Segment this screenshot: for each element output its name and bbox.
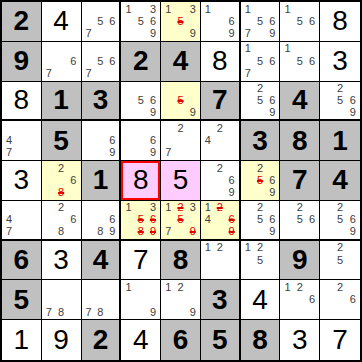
candidate-5: 5 [254, 214, 266, 226]
candidate-5: 5 [94, 15, 106, 27]
candidate-7: 7 [242, 28, 254, 40]
candidate-6: 6 [67, 214, 79, 226]
candidate-1: 1 [122, 3, 134, 15]
sudoku-board: 2456713569139516915679156896756724815671… [0, 0, 362, 362]
given-digit: 8 [173, 246, 189, 274]
cell-r4c4[interactable]: 69 [121, 121, 161, 161]
candidate-6: 6 [67, 174, 79, 186]
candidate-2: 2 [334, 83, 347, 95]
candidate-9: 9 [346, 226, 359, 238]
candidate-5: 5 [94, 55, 106, 67]
given-digit: 9 [292, 246, 308, 274]
cell-r1c7[interactable]: 15679 [241, 2, 281, 42]
cell-r8c6[interactable]: 3 [201, 280, 241, 320]
cell-r2c3[interactable]: 567 [82, 42, 122, 82]
cell-r8c2[interactable]: 78 [42, 280, 82, 320]
candidate-grid: 95 [162, 83, 199, 119]
candidate-6: 6 [67, 55, 79, 67]
eliminated-candidate-5: 5 [135, 214, 147, 226]
candidate-2: 2 [294, 202, 306, 214]
cell-r2c9[interactable]: 3 [320, 42, 360, 82]
cell-r2c4[interactable]: 2 [121, 42, 161, 82]
candidate-7: 7 [83, 28, 95, 40]
cell-r7c9[interactable]: 25 [320, 241, 360, 281]
candidate-6: 6 [306, 15, 318, 27]
cell-r6c1[interactable]: 47 [2, 201, 42, 241]
solved-digit: 8 [14, 86, 30, 114]
eliminated-candidate-9: 9 [147, 226, 159, 238]
candidate-grid: 47 [3, 202, 40, 238]
candidate-grid: 156 [281, 43, 318, 80]
cell-r5c5[interactable]: 5 [161, 161, 201, 201]
cell-r8c7[interactable]: 4 [241, 280, 281, 320]
cell-r5c7[interactable]: 2695 [241, 161, 281, 201]
given-digit: 2 [14, 7, 30, 35]
cell-r4c5[interactable]: 27 [161, 121, 201, 161]
cell-r8c4[interactable]: 19 [121, 280, 161, 320]
cell-r3c3[interactable]: 3 [82, 82, 122, 122]
eliminated-candidate-6: 6 [226, 214, 238, 226]
candidate-5: 5 [254, 254, 266, 266]
candidate-2: 2 [254, 242, 266, 254]
candidate-grid: 169 [202, 3, 238, 40]
candidate-grid: 569 [122, 83, 159, 119]
candidate-1: 1 [281, 281, 293, 293]
given-digit: 9 [14, 47, 30, 75]
cell-r2c7[interactable]: 1567 [241, 42, 281, 82]
candidate-grid: 2569 [242, 83, 279, 119]
cell-r3c7[interactable]: 2569 [241, 82, 281, 122]
candidate-grid: 268 [43, 202, 80, 238]
candidate-2: 2 [334, 202, 347, 214]
cell-r7c7[interactable]: 125 [241, 241, 281, 281]
eliminated-candidate-9: 9 [226, 226, 238, 238]
candidate-grid: 689 [83, 202, 119, 238]
cell-r3c1[interactable]: 8 [2, 82, 42, 122]
candidate-grid: 2569 [321, 83, 359, 119]
candidate-grid: 2569 [321, 202, 359, 238]
candidate-9: 9 [226, 187, 238, 199]
candidate-grid: 2569 [242, 202, 279, 238]
candidate-7: 7 [242, 67, 254, 79]
solved-digit: 4 [53, 7, 69, 35]
cell-r9c6[interactable]: 5 [201, 320, 241, 360]
candidate-1: 1 [242, 43, 254, 55]
candidate-grid: 567 [83, 43, 119, 80]
solved-digit: 3 [14, 166, 30, 194]
candidate-grid: 567 [83, 3, 119, 40]
candidate-grid: 2695 [242, 162, 279, 199]
solved-digit: 4 [133, 326, 149, 354]
given-digit: 3 [93, 86, 109, 114]
cell-r7c2[interactable]: 3 [42, 241, 82, 281]
candidate-grid: 69 [83, 122, 119, 159]
candidate-grid: 12 [202, 242, 238, 279]
candidate-1: 1 [202, 242, 214, 254]
cell-r7c8[interactable]: 9 [280, 241, 320, 281]
candidate-6: 6 [346, 294, 359, 306]
candidate-7: 7 [162, 147, 174, 159]
candidate-5: 5 [294, 15, 306, 27]
candidate-5: 5 [254, 94, 266, 106]
candidate-8: 8 [55, 306, 67, 318]
candidate-grid: 13569 [122, 3, 159, 40]
cell-r8c8[interactable]: 126 [280, 280, 320, 320]
candidate-9: 9 [266, 187, 278, 199]
candidate-9: 9 [266, 28, 278, 40]
cell-r3c6[interactable]: 7 [201, 82, 241, 122]
candidate-9: 9 [106, 147, 118, 159]
cell-r5c3[interactable]: 1 [82, 161, 122, 201]
candidate-9: 9 [226, 28, 238, 40]
given-digit: 4 [332, 166, 348, 194]
given-digit: 2 [133, 47, 149, 75]
candidate-1: 1 [162, 202, 174, 214]
solved-digit: 9 [53, 326, 69, 354]
cell-r5c9[interactable]: 4 [320, 161, 360, 201]
cell-r9c7[interactable]: 8 [241, 320, 281, 360]
candidate-4: 4 [202, 214, 214, 226]
cell-r4c1[interactable]: 47 [2, 121, 42, 161]
cell-r2c1[interactable]: 9 [2, 42, 42, 82]
given-digit: 4 [93, 246, 109, 274]
cell-r4c8[interactable]: 8 [280, 121, 320, 161]
cell-r5c1[interactable]: 3 [2, 161, 42, 201]
cell-r9c5[interactable]: 6 [161, 320, 201, 360]
eliminated-candidate-5: 5 [254, 174, 266, 186]
candidate-2: 2 [294, 281, 306, 293]
cell-r7c6[interactable]: 12 [201, 241, 241, 281]
cell-r3c5[interactable]: 95 [161, 82, 201, 122]
given-digit: 6 [173, 326, 189, 354]
candidate-1: 1 [202, 3, 214, 15]
candidate-7: 7 [83, 306, 95, 318]
solved-digit: 7 [133, 246, 149, 274]
candidate-grid: 24 [202, 122, 238, 159]
candidate-2: 2 [254, 202, 266, 214]
candidate-2: 2 [254, 83, 266, 95]
cell-r6c9[interactable]: 2569 [320, 201, 360, 241]
candidate-grid: 69 [122, 122, 159, 159]
candidate-9: 9 [346, 106, 359, 118]
candidate-6: 6 [306, 294, 318, 306]
cell-r8c1[interactable]: 5 [2, 280, 42, 320]
candidate-2: 2 [214, 122, 226, 134]
eliminated-candidate-5: 5 [174, 214, 186, 226]
candidate-grid: 135689 [122, 202, 159, 238]
cell-r1c3[interactable]: 567 [82, 2, 122, 42]
solved-digit: 8 [332, 7, 348, 35]
candidate-grid: 67 [43, 43, 80, 80]
candidate-5: 5 [294, 55, 306, 67]
candidate-grid: 256 [281, 202, 318, 238]
candidate-6: 6 [147, 94, 159, 106]
candidate-9: 9 [187, 106, 199, 118]
cell-r1c1[interactable]: 2 [2, 2, 42, 42]
cell-r4c3[interactable]: 69 [82, 121, 122, 161]
candidate-grid: 137259 [162, 202, 199, 238]
candidate-9: 9 [147, 306, 159, 318]
eliminated-candidate-5: 5 [174, 15, 186, 27]
candidate-1: 1 [122, 202, 134, 214]
candidate-grid: 1567 [242, 43, 279, 80]
cell-r7c4[interactable]: 7 [121, 241, 161, 281]
candidate-1: 1 [242, 242, 254, 254]
cell-r1c4[interactable]: 13569 [121, 2, 161, 42]
candidate-9: 9 [187, 28, 199, 40]
candidate-grid: 78 [83, 281, 119, 318]
candidate-1: 1 [242, 3, 254, 15]
candidate-5: 5 [334, 254, 347, 266]
candidate-3: 3 [147, 202, 159, 214]
candidate-9: 9 [266, 226, 278, 238]
candidate-8: 8 [94, 306, 106, 318]
cell-r2c8[interactable]: 156 [280, 42, 320, 82]
candidate-2: 2 [254, 162, 266, 174]
candidate-grid: 269 [202, 162, 238, 199]
candidate-5: 5 [334, 94, 347, 106]
cell-r2c6[interactable]: 8 [201, 42, 241, 82]
cell-r6c8[interactable]: 256 [280, 201, 320, 241]
candidate-1: 1 [202, 202, 214, 214]
candidate-6: 6 [346, 94, 359, 106]
eliminated-candidate-2: 2 [214, 202, 226, 214]
cell-r6c7[interactable]: 2569 [241, 201, 281, 241]
cell-r4c7[interactable]: 3 [241, 121, 281, 161]
given-digit: 5 [14, 286, 30, 314]
given-digit: 5 [53, 127, 69, 155]
solved-digit: 8 [133, 166, 149, 194]
candidate-grid: 27 [162, 122, 199, 159]
cell-r4c9[interactable]: 1 [320, 121, 360, 161]
cell-r1c9[interactable]: 8 [320, 2, 360, 42]
cell-r9c1[interactable]: 1 [2, 320, 42, 360]
candidate-6: 6 [346, 214, 359, 226]
cell-r8c5[interactable]: 129 [161, 280, 201, 320]
candidate-9: 9 [147, 147, 159, 159]
given-digit: 3 [252, 127, 268, 155]
cell-r5c4[interactable]: 8 [121, 161, 161, 201]
candidate-grid: 156 [281, 3, 318, 40]
cell-r7c3[interactable]: 4 [82, 241, 122, 281]
cell-r8c9[interactable]: 26 [320, 280, 360, 320]
candidate-4: 4 [3, 214, 15, 226]
candidate-3: 3 [147, 3, 159, 15]
cell-r9c9[interactable]: 7 [320, 320, 360, 360]
candidate-9: 9 [187, 306, 199, 318]
cell-r3c8[interactable]: 4 [280, 82, 320, 122]
candidate-grid: 25 [321, 242, 359, 279]
candidate-9: 9 [106, 226, 118, 238]
cell-r6c5[interactable]: 137259 [161, 201, 201, 241]
candidate-5: 5 [135, 94, 147, 106]
candidate-grid: 14269 [202, 202, 238, 238]
cell-r7c5[interactable]: 8 [161, 241, 201, 281]
cell-r6c2[interactable]: 268 [42, 201, 82, 241]
cell-r7c1[interactable]: 6 [2, 241, 42, 281]
candidate-2: 2 [334, 242, 347, 254]
candidate-2: 2 [55, 202, 67, 214]
solved-digit: 3 [332, 47, 348, 75]
candidate-grid: 15679 [242, 3, 279, 40]
cell-r5c8[interactable]: 7 [280, 161, 320, 201]
candidate-3: 3 [187, 202, 199, 214]
candidate-1: 1 [281, 3, 293, 15]
candidate-6: 6 [266, 174, 278, 186]
cell-r5c2[interactable]: 268 [42, 161, 82, 201]
candidate-grid: 268 [43, 162, 80, 199]
candidate-7: 7 [83, 67, 95, 79]
candidate-9: 9 [266, 106, 278, 118]
candidate-9: 9 [147, 106, 159, 118]
cell-r3c9[interactable]: 2569 [320, 82, 360, 122]
given-digit: 1 [93, 166, 109, 194]
candidate-8: 8 [55, 226, 67, 238]
solved-digit: 8 [212, 47, 228, 75]
cell-r3c4[interactable]: 569 [121, 82, 161, 122]
candidate-grid: 1395 [162, 3, 199, 40]
candidate-2: 2 [174, 122, 186, 134]
candidate-8: 8 [94, 226, 106, 238]
candidate-4: 4 [3, 135, 15, 147]
given-digit: 7 [292, 166, 308, 194]
cell-r1c8[interactable]: 156 [280, 2, 320, 42]
candidate-5: 5 [135, 15, 147, 27]
cell-r4c6[interactable]: 24 [201, 121, 241, 161]
cell-r2c2[interactable]: 67 [42, 42, 82, 82]
candidate-6: 6 [147, 135, 159, 147]
cell-r1c5[interactable]: 1395 [161, 2, 201, 42]
given-digit: 6 [14, 246, 30, 274]
cell-r1c2[interactable]: 4 [42, 2, 82, 42]
eliminated-candidate-5: 5 [174, 94, 186, 106]
candidate-grid: 47 [3, 122, 40, 159]
given-digit: 4 [173, 47, 189, 75]
cell-r3c2[interactable]: 1 [42, 82, 82, 122]
candidate-6: 6 [226, 174, 238, 186]
candidate-6: 6 [266, 55, 278, 67]
cell-r5c6[interactable]: 269 [201, 161, 241, 201]
eliminated-candidate-2: 2 [174, 202, 186, 214]
cell-r9c2[interactable]: 9 [42, 320, 82, 360]
given-digit: 1 [53, 86, 69, 114]
candidate-5: 5 [334, 214, 347, 226]
given-digit: 5 [212, 326, 228, 354]
candidate-3: 3 [187, 3, 199, 15]
eliminated-candidate-8: 8 [55, 187, 67, 199]
candidate-6: 6 [306, 214, 318, 226]
candidate-6: 6 [147, 15, 159, 27]
solved-digit: 5 [173, 166, 189, 194]
solved-digit: 3 [292, 326, 308, 354]
candidate-4: 4 [202, 135, 214, 147]
solved-digit: 4 [252, 286, 268, 314]
eliminated-candidate-9: 9 [187, 226, 199, 238]
candidate-grid: 26 [321, 281, 359, 318]
solved-digit: 7 [332, 326, 348, 354]
given-digit: 8 [252, 326, 268, 354]
candidate-7: 7 [162, 226, 174, 238]
cell-r6c4[interactable]: 135689 [121, 201, 161, 241]
candidate-grid: 126 [281, 281, 318, 318]
cell-r9c8[interactable]: 3 [280, 320, 320, 360]
given-digit: 3 [212, 286, 228, 314]
solved-digit: 3 [53, 246, 69, 274]
candidate-2: 2 [334, 281, 347, 293]
cell-r6c6[interactable]: 14269 [201, 201, 241, 241]
candidate-6: 6 [226, 15, 238, 27]
candidate-7: 7 [3, 226, 15, 238]
candidate-9: 9 [147, 28, 159, 40]
cell-r9c4[interactable]: 4 [121, 320, 161, 360]
candidate-2: 2 [55, 162, 67, 174]
candidate-6: 6 [106, 135, 118, 147]
candidate-2: 2 [214, 242, 226, 254]
candidate-7: 7 [43, 306, 55, 318]
eliminated-candidate-8: 8 [135, 226, 147, 238]
given-digit: 2 [93, 326, 109, 354]
eliminated-candidate-6: 6 [147, 214, 159, 226]
candidate-5: 5 [254, 15, 266, 27]
cell-r8c3[interactable]: 78 [82, 280, 122, 320]
candidate-2: 2 [214, 162, 226, 174]
cell-r4c2[interactable]: 5 [42, 121, 82, 161]
candidate-6: 6 [106, 55, 118, 67]
candidate-5: 5 [254, 55, 266, 67]
given-digit: 4 [292, 86, 308, 114]
candidate-1: 1 [162, 3, 174, 15]
candidate-1: 1 [281, 43, 293, 55]
cell-r2c5[interactable]: 4 [161, 42, 201, 82]
solved-digit: 1 [14, 326, 30, 354]
given-digit: 7 [212, 86, 228, 114]
cell-r9c3[interactable]: 2 [82, 320, 122, 360]
candidate-1: 1 [162, 281, 174, 293]
candidate-2: 2 [174, 281, 186, 293]
cell-r1c6[interactable]: 169 [201, 2, 241, 42]
candidate-7: 7 [3, 147, 15, 159]
candidate-6: 6 [266, 15, 278, 27]
candidate-7: 7 [43, 67, 55, 79]
candidate-5: 5 [294, 214, 306, 226]
candidate-6: 6 [266, 94, 278, 106]
candidate-grid: 19 [122, 281, 159, 318]
cell-r6c3[interactable]: 689 [82, 201, 122, 241]
given-digit: 1 [332, 127, 348, 155]
candidate-grid: 129 [162, 281, 199, 318]
candidate-1: 1 [122, 281, 134, 293]
candidate-grid: 78 [43, 281, 80, 318]
candidate-6: 6 [106, 15, 118, 27]
candidate-6: 6 [266, 214, 278, 226]
candidate-grid: 125 [242, 242, 279, 279]
given-digit: 8 [292, 127, 308, 155]
candidate-6: 6 [106, 214, 118, 226]
candidate-6: 6 [306, 55, 318, 67]
